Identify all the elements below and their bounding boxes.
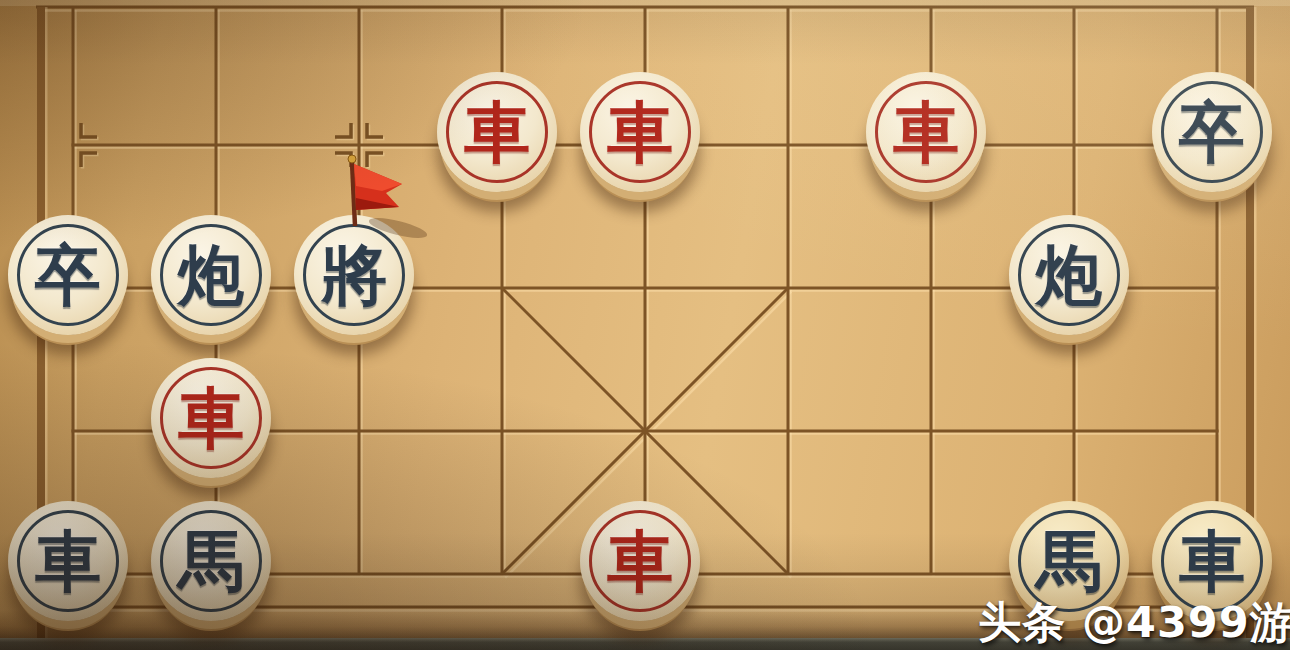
piece-character: 車 (580, 72, 700, 192)
piece-red-車[interactable]: 車 (151, 358, 271, 478)
xiangqi-board: 車車車卒卒炮將炮車車馬車馬車 头条 @4399游戏盒 (0, 0, 1290, 650)
piece-black-炮[interactable]: 炮 (1009, 215, 1129, 335)
piece-character: 車 (8, 501, 128, 621)
piece-black-卒[interactable]: 卒 (1152, 72, 1272, 192)
piece-black-炮[interactable]: 炮 (151, 215, 271, 335)
piece-character: 車 (580, 501, 700, 621)
piece-red-車[interactable]: 車 (580, 72, 700, 192)
piece-character: 炮 (151, 215, 271, 335)
piece-character: 車 (866, 72, 986, 192)
piece-red-車[interactable]: 車 (866, 72, 986, 192)
piece-character: 炮 (1009, 215, 1129, 335)
piece-red-車[interactable]: 車 (437, 72, 557, 192)
piece-character: 卒 (8, 215, 128, 335)
piece-black-馬[interactable]: 馬 (151, 501, 271, 621)
piece-red-車[interactable]: 車 (580, 501, 700, 621)
piece-character: 車 (437, 72, 557, 192)
piece-black-卒[interactable]: 卒 (8, 215, 128, 335)
piece-character: 卒 (1152, 72, 1272, 192)
piece-character: 車 (151, 358, 271, 478)
piece-black-車[interactable]: 車 (8, 501, 128, 621)
last-move-flag-icon (326, 146, 436, 246)
watermark-text: 头条 @4399游戏盒 (978, 594, 1290, 650)
piece-character: 馬 (151, 501, 271, 621)
